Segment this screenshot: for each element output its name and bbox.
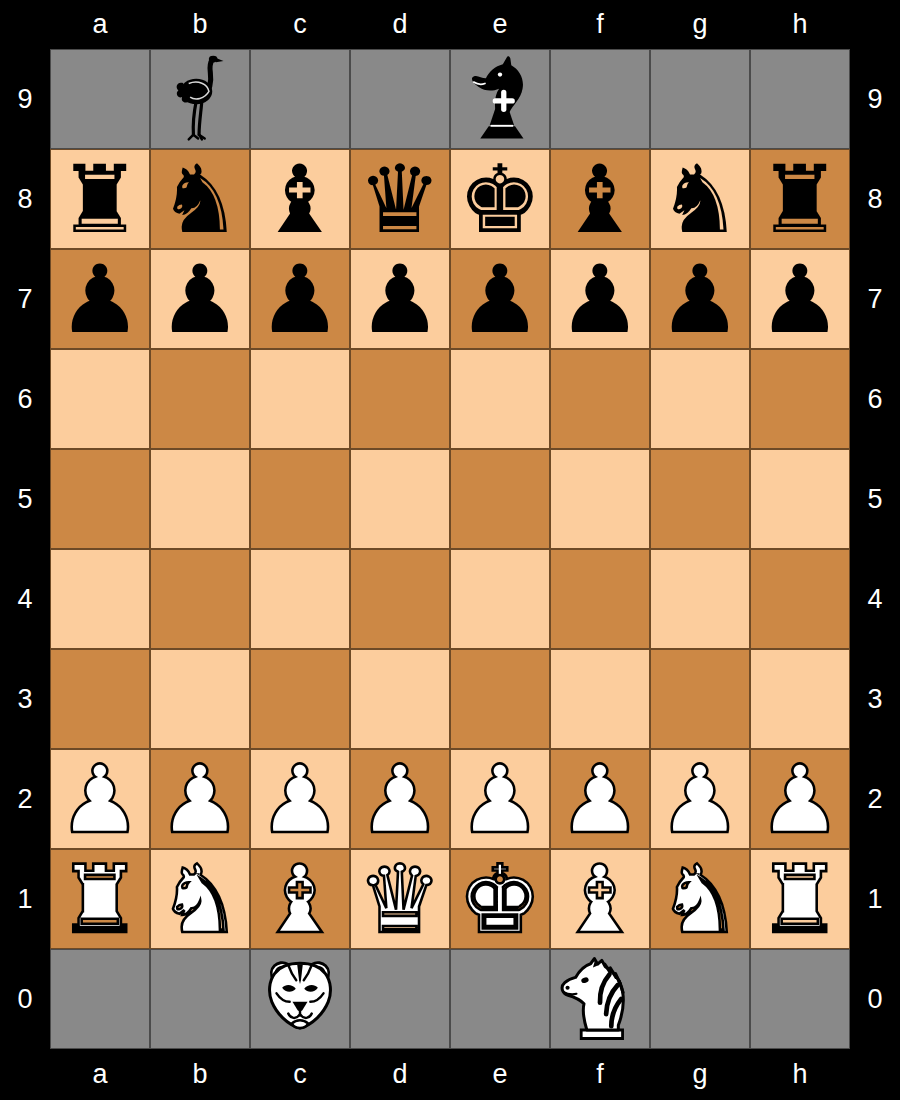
square-e1[interactable]: ♚ <box>450 849 550 949</box>
square-f5[interactable] <box>550 449 650 549</box>
piece-white-lion[interactable] <box>253 952 347 1046</box>
rank-label: 3 <box>850 649 900 749</box>
square-h7[interactable]: ♟ <box>750 249 850 349</box>
square-a6[interactable] <box>50 349 150 449</box>
square-g0[interactable] <box>650 949 750 1049</box>
piece-white-pawn[interactable]: ♟ <box>358 750 442 850</box>
file-label: a <box>50 1049 150 1100</box>
file-labels-top: abcdefgh <box>50 0 850 49</box>
rank-label: 7 <box>0 249 50 349</box>
piece-white-rook[interactable]: ♜ <box>758 850 842 950</box>
square-b4[interactable] <box>150 549 250 649</box>
square-e0[interactable] <box>450 949 550 1049</box>
rank-label: 9 <box>0 49 50 149</box>
piece-white-zebra[interactable] <box>553 952 647 1046</box>
square-b7[interactable]: ♟ <box>150 249 250 349</box>
square-h0[interactable] <box>750 949 850 1049</box>
piece-black-bishop[interactable]: ♝ <box>258 150 342 250</box>
square-g1[interactable]: ♞ <box>650 849 750 949</box>
piece-white-bishop[interactable]: ♝ <box>258 850 342 950</box>
square-c9[interactable] <box>250 49 350 149</box>
board-frame: abcdefgh 9876543210 ♜♞♝♛♚♝♞♜♟♟♟♟♟♟♟♟♟♟♟♟… <box>0 0 900 1100</box>
square-e4[interactable] <box>450 549 550 649</box>
square-a5[interactable] <box>50 449 150 549</box>
piece-black-rook[interactable]: ♜ <box>758 150 842 250</box>
square-d7[interactable]: ♟ <box>350 249 450 349</box>
piece-black-king[interactable]: ♚ <box>458 150 542 250</box>
piece-white-knight[interactable]: ♞ <box>658 850 742 950</box>
square-h2[interactable]: ♟ <box>750 749 850 849</box>
rank-label: 6 <box>850 349 900 449</box>
square-e3[interactable] <box>450 649 550 749</box>
piece-black-bishop[interactable]: ♝ <box>558 150 642 250</box>
piece-black-pawn[interactable]: ♟ <box>758 250 842 350</box>
piece-white-pawn[interactable]: ♟ <box>258 750 342 850</box>
square-a7[interactable]: ♟ <box>50 249 150 349</box>
square-c0[interactable] <box>250 949 350 1049</box>
piece-white-pawn[interactable]: ♟ <box>458 750 542 850</box>
square-h8[interactable]: ♜ <box>750 149 850 249</box>
square-g6[interactable] <box>650 349 750 449</box>
piece-white-pawn[interactable]: ♟ <box>58 750 142 850</box>
board: ♜♞♝♛♚♝♞♜♟♟♟♟♟♟♟♟♟♟♟♟♟♟♟♟♜♞♝♛♚♝♞♜ <box>50 49 850 1049</box>
square-e9[interactable] <box>450 49 550 149</box>
file-label: b <box>150 0 250 49</box>
square-b9[interactable] <box>150 49 250 149</box>
file-label: g <box>650 1049 750 1100</box>
square-g7[interactable]: ♟ <box>650 249 750 349</box>
rank-label: 1 <box>850 849 900 949</box>
piece-white-bishop[interactable]: ♝ <box>558 850 642 950</box>
piece-black-pawn[interactable]: ♟ <box>458 250 542 350</box>
piece-black-pawn[interactable]: ♟ <box>258 250 342 350</box>
square-c5[interactable] <box>250 449 350 549</box>
square-a8[interactable]: ♜ <box>50 149 150 249</box>
square-g8[interactable]: ♞ <box>650 149 750 249</box>
square-a4[interactable] <box>50 549 150 649</box>
piece-white-pawn[interactable]: ♟ <box>758 750 842 850</box>
square-b6[interactable] <box>150 349 250 449</box>
piece-black-knight[interactable]: ♞ <box>158 150 242 250</box>
file-label: c <box>250 0 350 49</box>
rank-label: 2 <box>0 749 50 849</box>
square-a3[interactable] <box>50 649 150 749</box>
file-label: a <box>50 0 150 49</box>
square-d6[interactable] <box>350 349 450 449</box>
piece-white-knight[interactable]: ♞ <box>158 850 242 950</box>
square-c7[interactable]: ♟ <box>250 249 350 349</box>
file-label: g <box>650 0 750 49</box>
rank-labels-left: 9876543210 <box>0 49 50 1049</box>
square-b2[interactable]: ♟ <box>150 749 250 849</box>
square-f9[interactable] <box>550 49 650 149</box>
file-label: b <box>150 1049 250 1100</box>
file-labels-bottom: abcdefgh <box>50 1049 850 1100</box>
rank-label: 1 <box>0 849 50 949</box>
square-g3[interactable] <box>650 649 750 749</box>
square-h1[interactable]: ♜ <box>750 849 850 949</box>
square-g5[interactable] <box>650 449 750 549</box>
square-e7[interactable]: ♟ <box>450 249 550 349</box>
file-label: c <box>250 1049 350 1100</box>
square-f0[interactable] <box>550 949 650 1049</box>
square-d0[interactable] <box>350 949 450 1049</box>
square-c8[interactable]: ♝ <box>250 149 350 249</box>
piece-black-rook[interactable]: ♜ <box>58 150 142 250</box>
square-d4[interactable] <box>350 549 450 649</box>
square-a1[interactable]: ♜ <box>50 849 150 949</box>
file-label: e <box>450 1049 550 1100</box>
square-f1[interactable]: ♝ <box>550 849 650 949</box>
file-label: f <box>550 1049 650 1100</box>
piece-black-queen[interactable]: ♛ <box>358 150 442 250</box>
square-b0[interactable] <box>150 949 250 1049</box>
square-d1[interactable]: ♛ <box>350 849 450 949</box>
rank-label: 2 <box>850 749 900 849</box>
piece-black-pawn[interactable]: ♟ <box>658 250 742 350</box>
piece-black-ostrich[interactable] <box>153 52 247 146</box>
rank-label: 5 <box>0 449 50 549</box>
square-f4[interactable] <box>550 549 650 649</box>
piece-white-pawn[interactable]: ♟ <box>658 750 742 850</box>
square-c2[interactable]: ♟ <box>250 749 350 849</box>
square-d3[interactable] <box>350 649 450 749</box>
rank-label: 6 <box>0 349 50 449</box>
rank-label: 0 <box>0 949 50 1049</box>
piece-white-queen[interactable]: ♛ <box>358 850 442 950</box>
square-e8[interactable]: ♚ <box>450 149 550 249</box>
piece-black-pawn[interactable]: ♟ <box>158 250 242 350</box>
square-c4[interactable] <box>250 549 350 649</box>
file-label: h <box>750 1049 850 1100</box>
piece-black-pawn[interactable]: ♟ <box>58 250 142 350</box>
piece-black-camel[interactable] <box>453 52 547 146</box>
square-c6[interactable] <box>250 349 350 449</box>
piece-black-pawn[interactable]: ♟ <box>558 250 642 350</box>
square-h4[interactable] <box>750 549 850 649</box>
rank-label: 3 <box>0 649 50 749</box>
square-a9[interactable] <box>50 49 150 149</box>
file-label: e <box>450 0 550 49</box>
rank-label: 8 <box>0 149 50 249</box>
square-e2[interactable]: ♟ <box>450 749 550 849</box>
square-b8[interactable]: ♞ <box>150 149 250 249</box>
rank-label: 4 <box>0 549 50 649</box>
rank-labels-right: 9876543210 <box>850 49 900 1049</box>
square-d9[interactable] <box>350 49 450 149</box>
square-c1[interactable]: ♝ <box>250 849 350 949</box>
piece-black-pawn[interactable]: ♟ <box>358 250 442 350</box>
square-g9[interactable] <box>650 49 750 149</box>
square-b3[interactable] <box>150 649 250 749</box>
square-b5[interactable] <box>150 449 250 549</box>
piece-white-pawn[interactable]: ♟ <box>558 750 642 850</box>
file-label: d <box>350 1049 450 1100</box>
file-label: f <box>550 0 650 49</box>
square-h3[interactable] <box>750 649 850 749</box>
piece-black-knight[interactable]: ♞ <box>658 150 742 250</box>
square-d5[interactable] <box>350 449 450 549</box>
square-g4[interactable] <box>650 549 750 649</box>
square-f3[interactable] <box>550 649 650 749</box>
file-label: h <box>750 0 850 49</box>
piece-white-rook[interactable]: ♜ <box>58 850 142 950</box>
square-a0[interactable] <box>50 949 150 1049</box>
piece-white-king[interactable]: ♚ <box>458 850 542 950</box>
square-e6[interactable] <box>450 349 550 449</box>
square-c3[interactable] <box>250 649 350 749</box>
square-f7[interactable]: ♟ <box>550 249 650 349</box>
piece-white-pawn[interactable]: ♟ <box>158 750 242 850</box>
square-h5[interactable] <box>750 449 850 549</box>
square-g2[interactable]: ♟ <box>650 749 750 849</box>
rank-label: 8 <box>850 149 900 249</box>
square-b1[interactable]: ♞ <box>150 849 250 949</box>
rank-label: 0 <box>850 949 900 1049</box>
square-f2[interactable]: ♟ <box>550 749 650 849</box>
rank-label: 9 <box>850 49 900 149</box>
rank-label: 4 <box>850 549 900 649</box>
rank-label: 7 <box>850 249 900 349</box>
square-f6[interactable] <box>550 349 650 449</box>
square-a2[interactable]: ♟ <box>50 749 150 849</box>
square-h6[interactable] <box>750 349 850 449</box>
square-f8[interactable]: ♝ <box>550 149 650 249</box>
square-d2[interactable]: ♟ <box>350 749 450 849</box>
file-label: d <box>350 0 450 49</box>
rank-label: 5 <box>850 449 900 549</box>
square-d8[interactable]: ♛ <box>350 149 450 249</box>
square-h9[interactable] <box>750 49 850 149</box>
square-e5[interactable] <box>450 449 550 549</box>
